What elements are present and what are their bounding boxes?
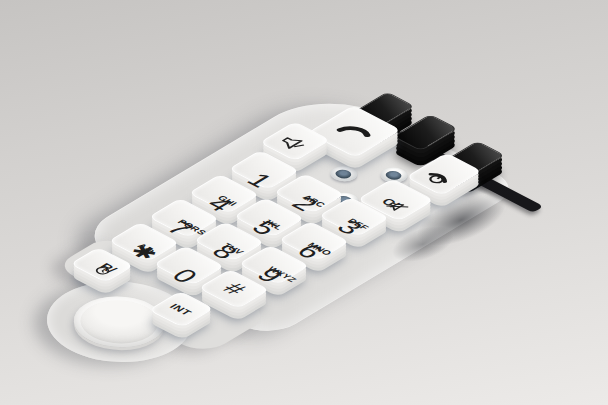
int-key-label: INT — [168, 302, 195, 317]
hash-symbol: # — [218, 280, 250, 298]
keypad-photo: C/ 1 ABC2 DEF3 GHI4 JKL5 — [0, 0, 608, 405]
